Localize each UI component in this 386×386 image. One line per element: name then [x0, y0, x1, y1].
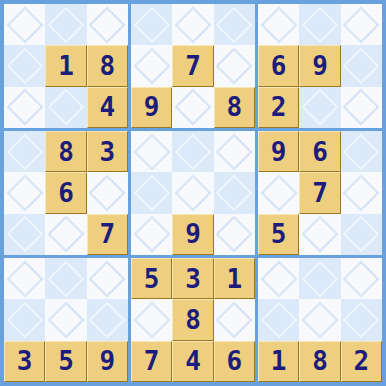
diamond-ornament: [216, 48, 253, 85]
cell-r7c7[interactable]: [258, 258, 299, 299]
diamond-ornament: [343, 133, 380, 170]
cell-r1c8[interactable]: [299, 4, 340, 45]
box-6: 9675: [258, 131, 382, 255]
cell-r3c6: 8: [214, 87, 255, 128]
diamond-ornament: [175, 133, 212, 170]
cell-r4c6[interactable]: [214, 131, 255, 172]
cell-r9c8: 8: [299, 341, 340, 382]
cell-r3c2[interactable]: [45, 87, 86, 128]
diamond-ornament: [216, 133, 253, 170]
diamond-ornament: [302, 89, 339, 126]
given-digit: 9: [99, 348, 115, 374]
cell-r5c9[interactable]: [341, 172, 382, 213]
cell-r9c3: 9: [87, 341, 128, 382]
cell-r2c4[interactable]: [131, 45, 172, 86]
cell-r9c2: 5: [45, 341, 86, 382]
cell-r2c3: 8: [87, 45, 128, 86]
cell-r5c5[interactable]: [172, 172, 213, 213]
cell-r7c1[interactable]: [4, 258, 45, 299]
box-7: 359: [4, 258, 128, 382]
diamond-ornament: [302, 6, 339, 43]
diamond-ornament: [133, 175, 170, 212]
diamond-ornament: [133, 133, 170, 170]
given-digit: 4: [99, 94, 115, 120]
cell-r8c2[interactable]: [45, 299, 86, 340]
cell-r3c1[interactable]: [4, 87, 45, 128]
cell-r9c6: 6: [214, 341, 255, 382]
cell-r7c6: 1: [214, 258, 255, 299]
cell-r3c8[interactable]: [299, 87, 340, 128]
cell-r3c3: 4: [87, 87, 128, 128]
cell-r7c2[interactable]: [45, 258, 86, 299]
cell-r8c3[interactable]: [87, 299, 128, 340]
cell-r7c3[interactable]: [87, 258, 128, 299]
diamond-ornament: [89, 175, 126, 212]
cell-r6c5: 9: [172, 214, 213, 255]
given-digit: 7: [185, 53, 201, 79]
cell-r9c4: 7: [131, 341, 172, 382]
cell-r9c9: 2: [341, 341, 382, 382]
diamond-ornament: [260, 175, 297, 212]
cell-r4c5[interactable]: [172, 131, 213, 172]
cell-r6c2[interactable]: [45, 214, 86, 255]
cell-r5c8: 7: [299, 172, 340, 213]
box-4: 8367: [4, 131, 128, 255]
diamond-ornament: [6, 260, 43, 297]
cell-r2c5: 7: [172, 45, 213, 86]
cell-r3c9[interactable]: [341, 87, 382, 128]
diamond-ornament: [175, 89, 212, 126]
given-digit: 7: [312, 180, 328, 206]
given-digit: 5: [271, 221, 287, 247]
cell-r1c7[interactable]: [258, 4, 299, 45]
cell-r6c1[interactable]: [4, 214, 45, 255]
diamond-ornament: [48, 302, 85, 339]
diamond-ornament: [343, 175, 380, 212]
cell-r8c9[interactable]: [341, 299, 382, 340]
cell-r5c2: 6: [45, 172, 86, 213]
diamond-ornament: [89, 302, 126, 339]
cell-r6c9[interactable]: [341, 214, 382, 255]
given-digit: 3: [185, 266, 201, 292]
diamond-ornament: [216, 175, 253, 212]
given-digit: 9: [312, 53, 328, 79]
diamond-ornament: [48, 6, 85, 43]
cell-r6c4[interactable]: [131, 214, 172, 255]
cell-r2c8: 9: [299, 45, 340, 86]
cell-r2c9[interactable]: [341, 45, 382, 86]
diamond-ornament: [133, 6, 170, 43]
diamond-ornament: [343, 89, 380, 126]
given-digit: 2: [271, 94, 287, 120]
box-8: 5318746: [131, 258, 255, 382]
cell-r3c4: 9: [131, 87, 172, 128]
cell-r5c4[interactable]: [131, 172, 172, 213]
diamond-ornament: [343, 6, 380, 43]
cell-r6c6[interactable]: [214, 214, 255, 255]
given-digit: 8: [226, 94, 242, 120]
diamond-ornament: [89, 6, 126, 43]
box-1: 184: [4, 4, 128, 128]
given-digit: 9: [185, 221, 201, 247]
diamond-ornament: [6, 89, 43, 126]
diamond-ornament: [48, 89, 85, 126]
cell-r4c8: 6: [299, 131, 340, 172]
cell-r9c5: 4: [172, 341, 213, 382]
diamond-ornament: [133, 302, 170, 339]
cell-r7c9[interactable]: [341, 258, 382, 299]
diamond-ornament: [6, 133, 43, 170]
sudoku-board: 1847986928367996753595318746182: [0, 0, 386, 386]
cell-r1c3[interactable]: [87, 4, 128, 45]
cell-r2c1[interactable]: [4, 45, 45, 86]
cell-r5c6[interactable]: [214, 172, 255, 213]
diamond-ornament: [6, 6, 43, 43]
cell-r8c8[interactable]: [299, 299, 340, 340]
cell-r1c5[interactable]: [172, 4, 213, 45]
cell-r8c7[interactable]: [258, 299, 299, 340]
diamond-ornament: [343, 302, 380, 339]
box-2: 798: [131, 4, 255, 128]
diamond-ornament: [260, 260, 297, 297]
box-5: 9: [131, 131, 255, 255]
diamond-ornament: [302, 302, 339, 339]
cell-r8c6[interactable]: [214, 299, 255, 340]
diamond-ornament: [6, 216, 43, 253]
cell-r4c9[interactable]: [341, 131, 382, 172]
given-digit: 8: [312, 348, 328, 374]
box-9: 182: [258, 258, 382, 382]
cell-r4c3: 3: [87, 131, 128, 172]
diamond-ornament: [6, 302, 43, 339]
diamond-ornament: [133, 216, 170, 253]
diamond-ornament: [260, 6, 297, 43]
given-digit: 7: [144, 348, 160, 374]
diamond-ornament: [6, 175, 43, 212]
cell-r5c1[interactable]: [4, 172, 45, 213]
diamond-ornament: [216, 302, 253, 339]
cell-r6c8[interactable]: [299, 214, 340, 255]
cell-r3c5[interactable]: [172, 87, 213, 128]
cell-r9c1: 3: [4, 341, 45, 382]
cell-r2c2: 1: [45, 45, 86, 86]
diamond-ornament: [89, 260, 126, 297]
cell-r1c1[interactable]: [4, 4, 45, 45]
given-digit: 8: [58, 139, 74, 165]
diamond-ornament: [216, 216, 253, 253]
given-digit: 4: [185, 348, 201, 374]
diamond-ornament: [48, 260, 85, 297]
cell-r6c3: 7: [87, 214, 128, 255]
cell-r7c4: 5: [131, 258, 172, 299]
cell-r4c4[interactable]: [131, 131, 172, 172]
diamond-ornament: [343, 48, 380, 85]
cell-r1c2[interactable]: [45, 4, 86, 45]
diamond-ornament: [6, 48, 43, 85]
diamond-ornament: [216, 6, 253, 43]
cell-r9c7: 1: [258, 341, 299, 382]
cell-r2c6[interactable]: [214, 45, 255, 86]
cell-r1c6[interactable]: [214, 4, 255, 45]
diamond-ornament: [175, 6, 212, 43]
cell-r4c1[interactable]: [4, 131, 45, 172]
cell-r7c5: 3: [172, 258, 213, 299]
cell-r8c1[interactable]: [4, 299, 45, 340]
box-3: 692: [258, 4, 382, 128]
cell-r8c5: 8: [172, 299, 213, 340]
given-digit: 1: [271, 348, 287, 374]
diamond-ornament: [302, 216, 339, 253]
given-digit: 6: [58, 180, 74, 206]
given-digit: 9: [144, 94, 160, 120]
given-digit: 1: [58, 53, 74, 79]
given-digit: 8: [185, 307, 201, 333]
cell-r3c7: 2: [258, 87, 299, 128]
diamond-ornament: [175, 175, 212, 212]
given-digit: 6: [226, 348, 242, 374]
given-digit: 6: [271, 53, 287, 79]
given-digit: 1: [226, 266, 242, 292]
cell-r5c3[interactable]: [87, 172, 128, 213]
diamond-ornament: [260, 302, 297, 339]
cell-r1c4[interactable]: [131, 4, 172, 45]
given-digit: 8: [99, 53, 115, 79]
given-digit: 3: [99, 139, 115, 165]
cell-r8c4[interactable]: [131, 299, 172, 340]
cell-r6c7: 5: [258, 214, 299, 255]
given-digit: 9: [271, 139, 287, 165]
diamond-ornament: [133, 48, 170, 85]
diamond-ornament: [302, 260, 339, 297]
cell-r2c7: 6: [258, 45, 299, 86]
cell-r7c8[interactable]: [299, 258, 340, 299]
diamond-ornament: [48, 216, 85, 253]
given-digit: 2: [353, 348, 369, 374]
given-digit: 6: [312, 139, 328, 165]
given-digit: 5: [58, 348, 74, 374]
diamond-ornament: [343, 216, 380, 253]
given-digit: 5: [144, 266, 160, 292]
cell-r1c9[interactable]: [341, 4, 382, 45]
given-digit: 3: [17, 348, 33, 374]
given-digit: 7: [99, 221, 115, 247]
cell-r4c7: 9: [258, 131, 299, 172]
cell-r5c7[interactable]: [258, 172, 299, 213]
cell-r4c2: 8: [45, 131, 86, 172]
diamond-ornament: [343, 260, 380, 297]
